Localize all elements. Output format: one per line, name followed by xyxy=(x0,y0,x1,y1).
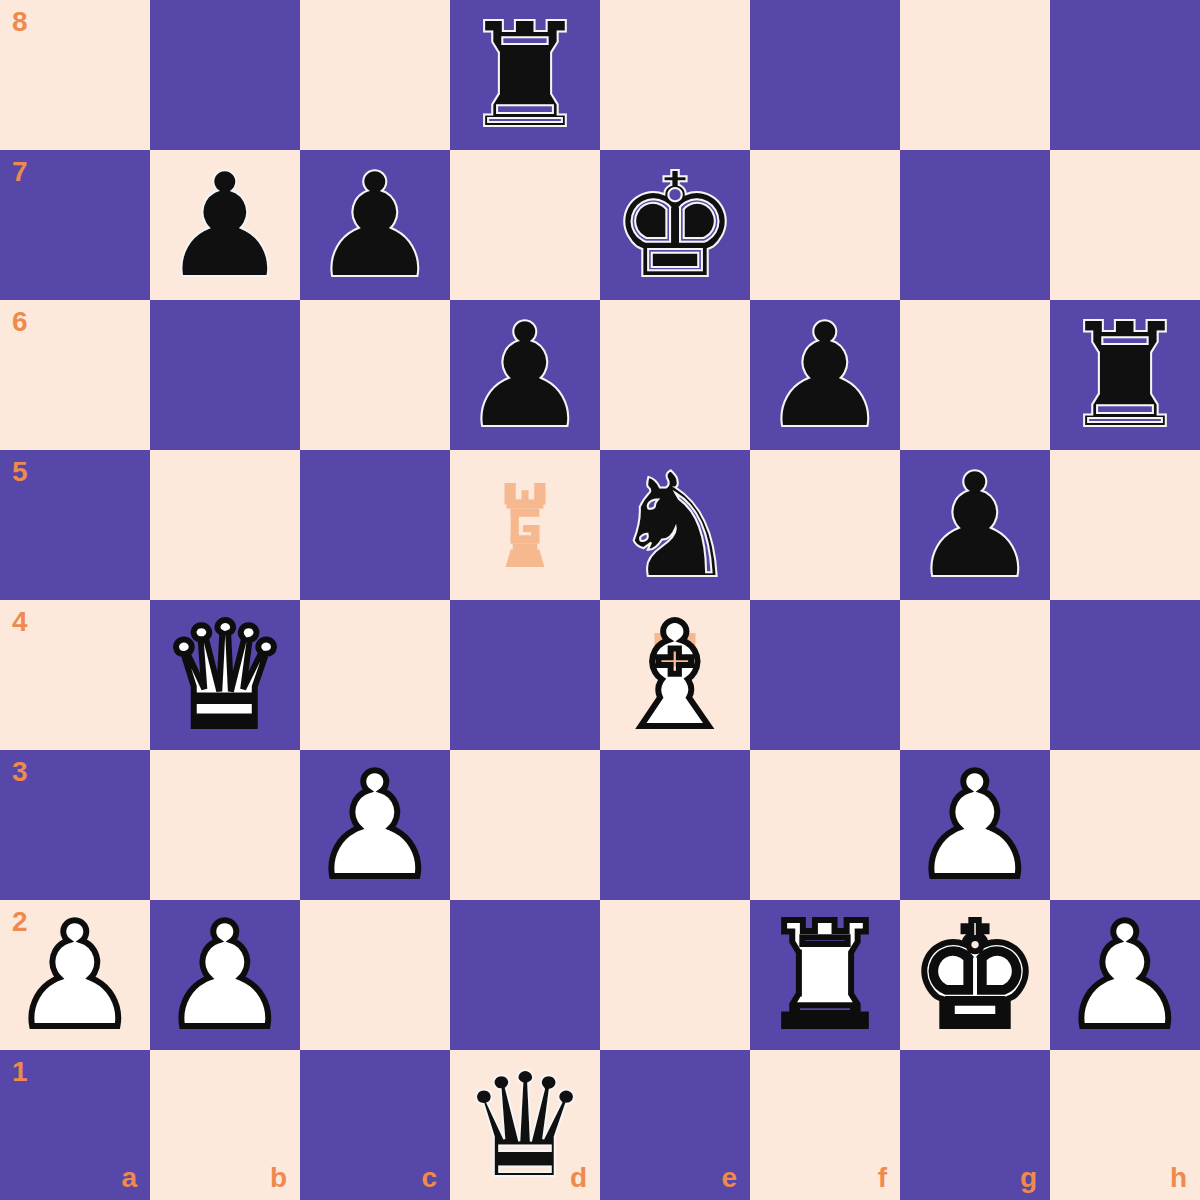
rank-label-1: 1 xyxy=(12,1058,28,1086)
square-c3[interactable]: ♟ xyxy=(300,750,450,900)
square-g8[interactable] xyxy=(900,0,1050,150)
square-g2[interactable]: ♚ xyxy=(900,900,1050,1050)
square-e7[interactable]: ♚ xyxy=(600,150,750,300)
square-b8[interactable] xyxy=(150,0,300,150)
square-c1[interactable]: c xyxy=(300,1050,450,1200)
square-c2[interactable] xyxy=(300,900,450,1050)
square-e4[interactable]: ♝ xyxy=(600,600,750,750)
piece-black-pawn-d6[interactable]: ♟ xyxy=(450,300,600,450)
square-h8[interactable] xyxy=(1050,0,1200,150)
square-f1[interactable]: f xyxy=(750,1050,900,1200)
square-c6[interactable] xyxy=(300,300,450,450)
square-f4[interactable] xyxy=(750,600,900,750)
file-label-g: g xyxy=(1020,1164,1037,1192)
square-e2[interactable] xyxy=(600,900,750,1050)
square-d4[interactable] xyxy=(450,600,600,750)
square-h4[interactable] xyxy=(1050,600,1200,750)
square-d1[interactable]: d♛ xyxy=(450,1050,600,1200)
square-c4[interactable] xyxy=(300,600,450,750)
square-h3[interactable] xyxy=(1050,750,1200,900)
piece-white-rook-f2[interactable]: ♜ xyxy=(750,900,900,1050)
ghost-rook-logo xyxy=(450,450,600,600)
square-h7[interactable] xyxy=(1050,150,1200,300)
square-c5[interactable] xyxy=(300,450,450,600)
square-f8[interactable] xyxy=(750,0,900,150)
file-label-e: e xyxy=(721,1164,737,1192)
file-label-f: f xyxy=(878,1164,887,1192)
square-d8[interactable]: ♜ xyxy=(450,0,600,150)
square-a6[interactable]: 6 xyxy=(0,300,150,450)
square-d2[interactable] xyxy=(450,900,600,1050)
square-a1[interactable]: 1a xyxy=(0,1050,150,1200)
file-label-h: h xyxy=(1170,1164,1187,1192)
square-c8[interactable] xyxy=(300,0,450,150)
square-f5[interactable] xyxy=(750,450,900,600)
rank-label-6: 6 xyxy=(12,308,28,336)
square-b4[interactable]: ♛ xyxy=(150,600,300,750)
piece-white-pawn-h2[interactable]: ♟ xyxy=(1050,900,1200,1050)
rank-label-7: 7 xyxy=(12,158,28,186)
file-label-a: a xyxy=(121,1164,137,1192)
square-g1[interactable]: g xyxy=(900,1050,1050,1200)
square-g5[interactable]: ♟ xyxy=(900,450,1050,600)
chess-board: 8♜7♟♟♚6♟♟♜5♞♟4♛♝3♟♟2♟♟♜♚♟1abcd♛efgh xyxy=(0,0,1200,1200)
piece-white-bishop-e4[interactable]: ♝ xyxy=(600,600,750,750)
file-label-c: c xyxy=(421,1164,437,1192)
square-a5[interactable]: 5 xyxy=(0,450,150,600)
square-h1[interactable]: h xyxy=(1050,1050,1200,1200)
rank-label-8: 8 xyxy=(12,8,28,36)
square-b3[interactable] xyxy=(150,750,300,900)
square-d7[interactable] xyxy=(450,150,600,300)
square-g3[interactable]: ♟ xyxy=(900,750,1050,900)
piece-white-pawn-g3[interactable]: ♟ xyxy=(900,750,1050,900)
square-a4[interactable]: 4 xyxy=(0,600,150,750)
rank-label-5: 5 xyxy=(12,458,28,486)
square-a7[interactable]: 7 xyxy=(0,150,150,300)
square-f3[interactable] xyxy=(750,750,900,900)
square-b1[interactable]: b xyxy=(150,1050,300,1200)
piece-black-rook-h6[interactable]: ♜ xyxy=(1050,300,1200,450)
square-d5[interactable] xyxy=(450,450,600,600)
square-h6[interactable]: ♜ xyxy=(1050,300,1200,450)
piece-black-king-e7[interactable]: ♚ xyxy=(600,150,750,300)
square-f6[interactable]: ♟ xyxy=(750,300,900,450)
square-b6[interactable] xyxy=(150,300,300,450)
rank-label-4: 4 xyxy=(12,608,28,636)
piece-white-pawn-b2[interactable]: ♟ xyxy=(150,900,300,1050)
square-a3[interactable]: 3 xyxy=(0,750,150,900)
piece-black-rook-d8[interactable]: ♜ xyxy=(450,0,600,150)
square-h2[interactable]: ♟ xyxy=(1050,900,1200,1050)
piece-black-pawn-f6[interactable]: ♟ xyxy=(750,300,900,450)
piece-black-pawn-g5[interactable]: ♟ xyxy=(900,450,1050,600)
square-b2[interactable]: ♟ xyxy=(150,900,300,1050)
square-g6[interactable] xyxy=(900,300,1050,450)
piece-black-queen-d1[interactable]: ♛ xyxy=(450,1050,600,1200)
square-e6[interactable] xyxy=(600,300,750,450)
square-b5[interactable] xyxy=(150,450,300,600)
square-h5[interactable] xyxy=(1050,450,1200,600)
piece-black-pawn-b7[interactable]: ♟ xyxy=(150,150,300,300)
file-label-b: b xyxy=(270,1164,287,1192)
piece-black-knight-e5[interactable]: ♞ xyxy=(600,450,750,600)
square-e3[interactable] xyxy=(600,750,750,900)
piece-white-pawn-a2[interactable]: ♟ xyxy=(0,900,150,1050)
square-a2[interactable]: 2♟ xyxy=(0,900,150,1050)
square-a8[interactable]: 8 xyxy=(0,0,150,150)
square-e5[interactable]: ♞ xyxy=(600,450,750,600)
piece-black-pawn-c7[interactable]: ♟ xyxy=(300,150,450,300)
square-f7[interactable] xyxy=(750,150,900,300)
square-e8[interactable] xyxy=(600,0,750,150)
square-d6[interactable]: ♟ xyxy=(450,300,600,450)
piece-white-king-g2[interactable]: ♚ xyxy=(900,900,1050,1050)
square-f2[interactable]: ♜ xyxy=(750,900,900,1050)
piece-white-queen-b4[interactable]: ♛ xyxy=(150,600,300,750)
square-e1[interactable]: e xyxy=(600,1050,750,1200)
square-b7[interactable]: ♟ xyxy=(150,150,300,300)
square-c7[interactable]: ♟ xyxy=(300,150,450,300)
square-d3[interactable] xyxy=(450,750,600,900)
square-g7[interactable] xyxy=(900,150,1050,300)
rank-label-3: 3 xyxy=(12,758,28,786)
square-g4[interactable] xyxy=(900,600,1050,750)
piece-white-pawn-c3[interactable]: ♟ xyxy=(300,750,450,900)
